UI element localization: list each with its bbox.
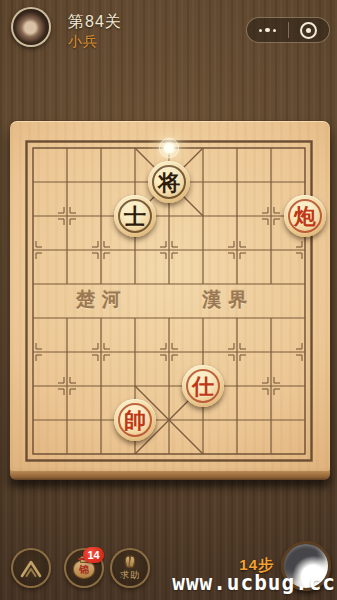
river-label-han: 漢界 — [202, 287, 254, 313]
ask-help-button[interactable]: 求助 — [110, 548, 150, 588]
watermark: www.ucbug.cc — [172, 571, 336, 595]
piece-glyph: 士 — [124, 205, 146, 227]
piece-仕-red[interactable]: 仕 — [182, 365, 224, 407]
river-label-chu: 楚河 — [76, 287, 128, 313]
praying-hands-icon — [124, 556, 136, 568]
piece-glyph: 炮 — [294, 205, 316, 227]
piece-炮-red[interactable]: 炮 — [284, 195, 326, 237]
player-rank-label: 小兵 — [68, 33, 98, 51]
level-title: 第84关 — [68, 12, 122, 33]
piece-glyph: 将 — [158, 171, 180, 193]
piece-glyph: 仕 — [192, 375, 214, 397]
wechat-capsule — [246, 17, 330, 43]
chevron-up-icon — [18, 557, 44, 579]
more-button[interactable] — [247, 18, 288, 42]
menu-button[interactable] — [11, 548, 51, 588]
more-dots-icon — [259, 28, 276, 33]
hint-count-badge: 14 — [83, 547, 104, 563]
move-highlight-dot — [164, 143, 174, 153]
exit-circle-icon — [300, 22, 317, 39]
player-avatar[interactable] — [11, 7, 51, 47]
piece-帥-red[interactable]: 帥 — [114, 399, 156, 441]
piece-士-black[interactable]: 士 — [114, 195, 156, 237]
bag-char: 锦 — [79, 563, 89, 577]
exit-button[interactable] — [289, 18, 330, 42]
help-label: 求助 — [120, 569, 140, 582]
piece-glyph: 帥 — [124, 409, 146, 431]
piece-将-black[interactable]: 将 — [148, 161, 190, 203]
